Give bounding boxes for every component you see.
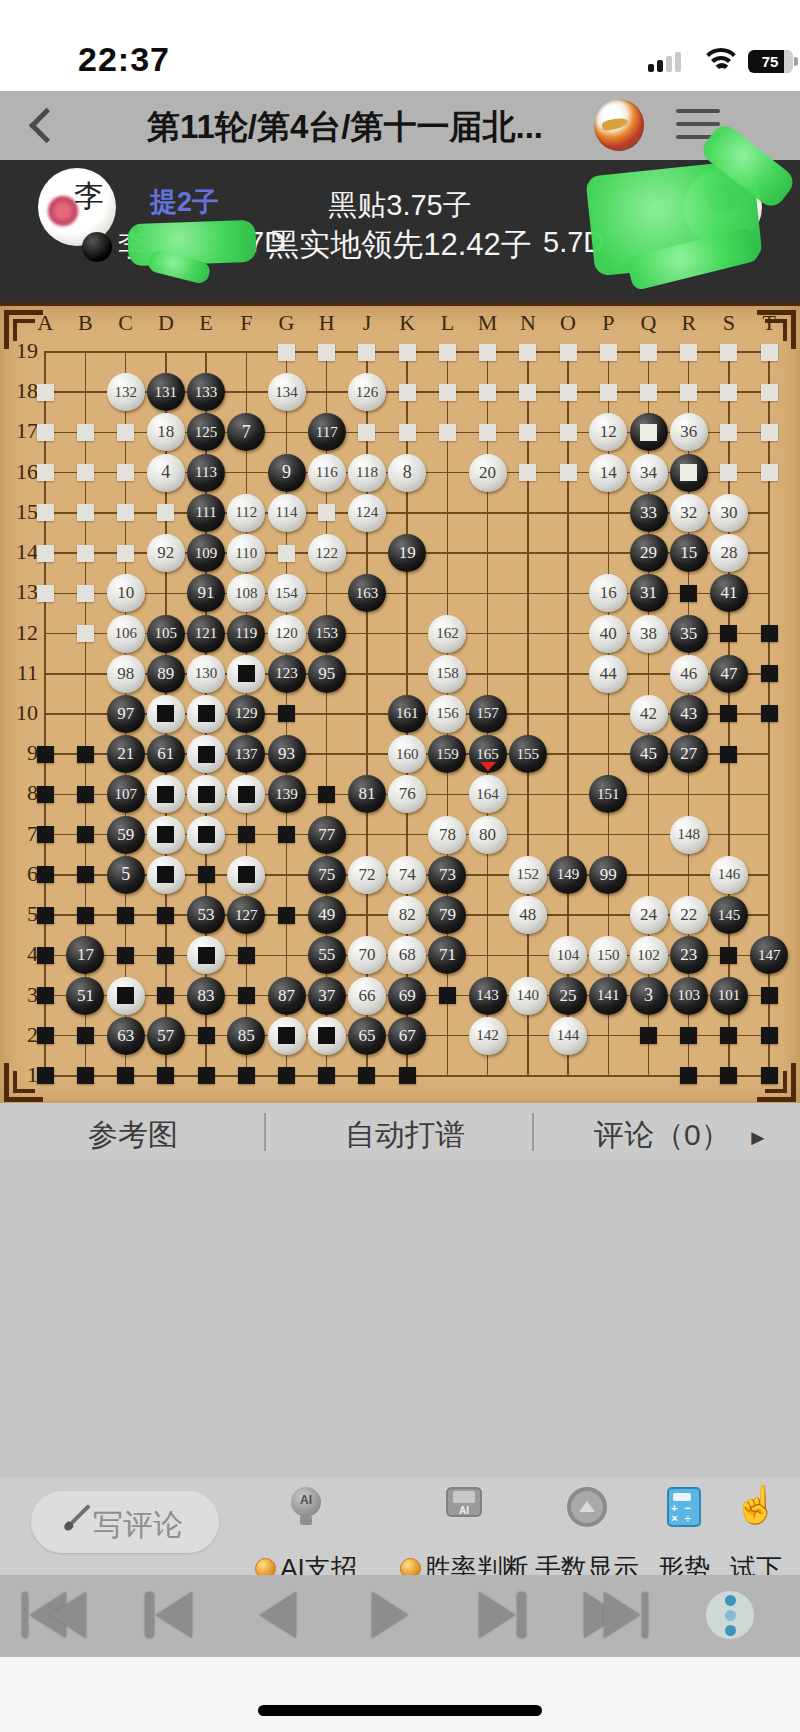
white-stone: 48: [509, 896, 547, 934]
black-stone: 77: [308, 816, 346, 854]
white-stone: 146: [710, 856, 748, 894]
white-territory-marker: [278, 545, 295, 562]
row-label: 11: [4, 660, 38, 686]
white-stone: 120: [268, 615, 306, 653]
white-territory-marker: [761, 464, 778, 481]
wifi-icon: [700, 48, 734, 74]
black-stone: 109: [187, 534, 225, 572]
white-territory-marker: [519, 464, 536, 481]
white-territory-marker: [157, 504, 174, 521]
column-label: K: [387, 310, 427, 336]
white-territory-marker: [117, 545, 134, 562]
black-territory-marker: [761, 1067, 778, 1084]
white-stone: 156: [428, 695, 466, 733]
tab-divider: [264, 1113, 266, 1151]
column-label: A: [25, 310, 65, 336]
dead-stone-territory-square: [198, 746, 215, 763]
dead-stone-territory-square: [157, 786, 174, 803]
column-label: J: [347, 310, 387, 336]
white-territory-marker: [720, 424, 737, 441]
row-label: 16: [4, 459, 38, 485]
black-stone: 133: [187, 373, 225, 411]
white-territory-marker: [358, 344, 375, 361]
white-stone: 34: [630, 454, 668, 492]
black-stone: 27: [670, 735, 708, 773]
clock-time: 22:37: [78, 40, 170, 79]
black-territory-marker: [720, 1067, 737, 1084]
white-territory-marker: [358, 424, 375, 441]
column-label: R: [669, 310, 709, 336]
white-stone: 46: [670, 655, 708, 693]
row-label: 13: [4, 579, 38, 605]
black-stone-dead: [670, 454, 708, 492]
white-stone-dead: [187, 936, 225, 974]
black-territory-marker: [439, 987, 456, 1004]
black-territory-marker: [358, 1067, 375, 1084]
white-territory-marker: [318, 504, 335, 521]
black-stone: 35: [670, 615, 708, 653]
white-territory-marker: [761, 424, 778, 441]
white-stone: 76: [388, 775, 426, 813]
page-title: 第11轮/第4台/第十一届北...: [110, 105, 580, 150]
black-stone: 141: [589, 977, 627, 1015]
black-territory-marker: [761, 1027, 778, 1044]
white-territory-marker: [318, 344, 335, 361]
white-stone: 16: [589, 574, 627, 612]
black-stone: 101: [710, 977, 748, 1015]
black-stone-dead: [630, 413, 668, 451]
black-territory-marker: [37, 907, 54, 924]
black-stone: 129: [227, 695, 265, 733]
white-territory-marker: [439, 384, 456, 401]
white-territory-marker: [720, 464, 737, 481]
white-territory-marker: [37, 424, 54, 441]
white-stone: 40: [589, 615, 627, 653]
black-territory-marker: [761, 987, 778, 1004]
white-territory-marker: [720, 344, 737, 361]
dead-stone-territory-square: [117, 987, 134, 1004]
black-stone: 75: [308, 856, 346, 894]
play-forward-button[interactable]: [368, 1589, 412, 1641]
white-stone: 106: [107, 615, 145, 653]
dead-stone-territory-square: [318, 1027, 335, 1044]
white-stone: 126: [348, 373, 386, 411]
white-stone: 36: [670, 413, 708, 451]
white-stone: 72: [348, 856, 386, 894]
white-stone: 132: [107, 373, 145, 411]
black-territory-marker: [157, 987, 174, 1004]
black-stone: 19: [388, 534, 426, 572]
black-stone: 37: [308, 977, 346, 1015]
white-stone: 124: [348, 494, 386, 532]
black-stone: 153: [308, 615, 346, 653]
black-territory-marker: [77, 746, 94, 763]
brush-icon: [70, 1504, 91, 1525]
white-territory-marker: [519, 384, 536, 401]
white-territory-marker: [37, 384, 54, 401]
tool-winrate[interactable]: AI 胜率判断: [384, 1487, 544, 1517]
black-territory-marker: [720, 746, 737, 763]
white-stone-dead: [187, 735, 225, 773]
white-territory-marker: [761, 344, 778, 361]
white-stone: 80: [469, 816, 507, 854]
signal-icon: [648, 52, 681, 72]
dead-stone-territory-square: [198, 947, 215, 964]
dead-stone-territory-square: [198, 705, 215, 722]
tab-reference[interactable]: 参考图: [88, 1115, 178, 1156]
black-stone: 165: [469, 735, 507, 773]
black-stone: 3: [630, 977, 668, 1015]
players-banner: 李 提2子 提4子 黑贴3.75子 李 7D 黑实地领先12.42子 5.7D: [0, 160, 800, 303]
dead-stone-territory-square: [640, 424, 657, 441]
dead-stone-territory-square: [198, 826, 215, 843]
black-stone: 81: [348, 775, 386, 813]
black-territory-marker: [278, 907, 295, 924]
column-label: G: [267, 310, 307, 336]
tab-divider: [532, 1113, 534, 1151]
row-label: 10: [4, 700, 38, 726]
black-stone: 107: [107, 775, 145, 813]
jump-to-end-button[interactable]: [584, 1589, 648, 1641]
black-stone: 125: [187, 413, 225, 451]
black-stone: 151: [589, 775, 627, 813]
white-stone: 70: [348, 936, 386, 974]
white-territory-marker: [278, 344, 295, 361]
black-stone: 121: [187, 615, 225, 653]
white-territory-marker: [680, 384, 697, 401]
black-stone: 105: [147, 615, 185, 653]
row-label: 8: [4, 780, 38, 806]
black-stone: 149: [549, 856, 587, 894]
black-territory-marker: [399, 1067, 416, 1084]
step-back-button[interactable]: [256, 1589, 300, 1641]
dead-stone-territory-square: [157, 826, 174, 843]
black-stone: 103: [670, 977, 708, 1015]
black-stone: 111: [187, 494, 225, 532]
black-stone: 163: [348, 574, 386, 612]
black-territory-marker: [37, 746, 54, 763]
white-stone-dead: [147, 695, 185, 733]
white-territory-marker: [77, 504, 94, 521]
white-territory-marker: [479, 384, 496, 401]
last-move-marker: [480, 762, 496, 771]
white-stone-dead: [147, 856, 185, 894]
black-stone: 55: [308, 936, 346, 974]
dead-stone-territory-square: [157, 705, 174, 722]
white-territory-marker: [680, 344, 697, 361]
white-stone-dead: [147, 816, 185, 854]
white-territory-marker: [77, 585, 94, 602]
row-label: 17: [4, 418, 38, 444]
white-stone: 8: [388, 454, 426, 492]
black-stone: 61: [147, 735, 185, 773]
comments-expand-icon: ►: [747, 1125, 769, 1150]
white-stone-dead: [227, 775, 265, 813]
black-territory-marker: [37, 786, 54, 803]
white-stone: 118: [348, 454, 386, 492]
white-stone: 116: [308, 454, 346, 492]
white-stone: 164: [469, 775, 507, 813]
black-territory-marker: [318, 786, 335, 803]
black-territory-marker: [198, 1027, 215, 1044]
tool-try-move[interactable]: ☝ 试下: [696, 1487, 800, 1523]
white-territory-marker: [560, 464, 577, 481]
black-stone: 143: [469, 977, 507, 1015]
dead-stone-territory-square: [278, 1027, 295, 1044]
black-stone: 29: [630, 534, 668, 572]
white-territory-marker: [77, 464, 94, 481]
white-stone-dead: [227, 856, 265, 894]
row-label: 1: [4, 1062, 38, 1088]
black-stone: 23: [670, 936, 708, 974]
status-bar: 22:37 75: [0, 0, 800, 91]
white-stone: 12: [589, 413, 627, 451]
column-label: F: [226, 310, 266, 336]
white-stone-dead: [227, 655, 265, 693]
step-back-fast-button[interactable]: [142, 1589, 194, 1641]
jump-to-start-button[interactable]: [22, 1589, 86, 1641]
white-territory-marker: [560, 344, 577, 361]
black-territory-marker: [37, 947, 54, 964]
black-stone: 53: [187, 896, 225, 934]
white-territory-marker: [720, 384, 737, 401]
white-stone: 10: [107, 574, 145, 612]
black-territory-marker: [77, 826, 94, 843]
column-label: H: [307, 310, 347, 336]
row-label: 2: [4, 1022, 38, 1048]
column-label: B: [65, 310, 105, 336]
white-territory-marker: [519, 344, 536, 361]
column-label: D: [146, 310, 186, 336]
black-stone: 161: [388, 695, 426, 733]
white-stone: 160: [388, 735, 426, 773]
white-stone: 68: [388, 936, 426, 974]
column-label: N: [508, 310, 548, 336]
white-stone: 150: [589, 936, 627, 974]
white-stone: 108: [227, 574, 265, 612]
nav-bar: 第11轮/第4台/第十一届北...: [0, 91, 800, 160]
white-territory-marker: [479, 344, 496, 361]
white-stone-dead: [187, 695, 225, 733]
column-label: O: [548, 310, 588, 336]
white-stone: 130: [187, 655, 225, 693]
tool-ai-hint[interactable]: AI AI支招: [246, 1487, 366, 1517]
black-territory-marker: [761, 625, 778, 642]
move-numbers-icon: [567, 1487, 607, 1527]
black-territory-marker: [117, 1067, 134, 1084]
white-territory-marker: [77, 424, 94, 441]
row-label: 19: [4, 338, 38, 364]
back-chevron-icon[interactable]: [29, 108, 64, 143]
row-label: 14: [4, 539, 38, 565]
black-territory-marker: [278, 705, 295, 722]
white-stone-dead: [187, 816, 225, 854]
white-stone: 18: [147, 413, 185, 451]
white-territory-marker: [77, 625, 94, 642]
black-stone: 49: [308, 896, 346, 934]
white-stone: 30: [710, 494, 748, 532]
write-comment-input[interactable]: 写评论: [31, 1491, 219, 1553]
white-territory-marker: [117, 424, 134, 441]
black-territory-marker: [238, 947, 255, 964]
more-dots-icon: [706, 1591, 754, 1639]
black-stone: 15: [670, 534, 708, 572]
black-stone: 93: [268, 735, 306, 773]
white-territory-marker: [77, 545, 94, 562]
white-stone: 148: [670, 816, 708, 854]
battery-icon: 75: [748, 50, 792, 73]
black-territory-marker: [680, 1027, 697, 1044]
white-stone: 162: [428, 615, 466, 653]
white-stone: 144: [549, 1017, 587, 1055]
white-stone: 104: [549, 936, 587, 974]
white-territory-marker: [37, 585, 54, 602]
white-territory-marker: [399, 424, 416, 441]
write-comment-placeholder: 写评论: [93, 1505, 183, 1546]
black-territory-marker: [640, 1027, 657, 1044]
column-label: P: [588, 310, 628, 336]
white-stone: 92: [147, 534, 185, 572]
black-stone: 17: [66, 936, 104, 974]
white-territory-marker: [439, 424, 456, 441]
black-stone: 67: [388, 1017, 426, 1055]
white-stone: 152: [509, 856, 547, 894]
black-territory-marker: [278, 1067, 295, 1084]
dead-stone-territory-square: [680, 464, 697, 481]
black-territory-marker: [77, 1027, 94, 1044]
white-territory-marker: [560, 384, 577, 401]
white-stone: 158: [428, 655, 466, 693]
black-territory-marker: [198, 866, 215, 883]
white-territory-marker: [399, 344, 416, 361]
row-label: 6: [4, 861, 38, 887]
battery-percent: 75: [762, 53, 779, 70]
black-territory-marker: [37, 1067, 54, 1084]
white-territory-marker: [117, 464, 134, 481]
white-stone: 122: [308, 534, 346, 572]
black-stone: 123: [268, 655, 306, 693]
black-territory-marker: [37, 1027, 54, 1044]
black-stone: 31: [630, 574, 668, 612]
ai-hint-bulb-icon: AI: [291, 1487, 321, 1517]
dead-stone-territory-square: [238, 665, 255, 682]
white-stone: 22: [670, 896, 708, 934]
black-territory-marker: [761, 665, 778, 682]
white-territory-marker: [600, 344, 617, 361]
white-stone: 78: [428, 816, 466, 854]
black-stone: 137: [227, 735, 265, 773]
black-stone: 9: [268, 454, 306, 492]
white-stone: 4: [147, 454, 185, 492]
white-stone: 44: [589, 655, 627, 693]
black-territory-marker: [77, 1067, 94, 1084]
tab-comments[interactable]: 评论（0） ►: [594, 1115, 769, 1156]
black-stone: 87: [268, 977, 306, 1015]
black-stone: 47: [710, 655, 748, 693]
more-options-button[interactable]: [702, 1589, 758, 1641]
go-board[interactable]: ABCDEFGHJKLMNOPQRST191817161514131211109…: [0, 303, 800, 1109]
black-stone: 73: [428, 856, 466, 894]
black-stone: 97: [107, 695, 145, 733]
white-territory-marker: [640, 344, 657, 361]
black-stone: 5: [107, 856, 145, 894]
black-stone: 65: [348, 1017, 386, 1055]
white-territory-marker: [37, 464, 54, 481]
white-stone: 134: [268, 373, 306, 411]
dead-stone-territory-square: [238, 786, 255, 803]
step-forward-button[interactable]: [476, 1589, 528, 1641]
row-label: 18: [4, 378, 38, 404]
black-territory-marker: [238, 826, 255, 843]
tab-bar: 参考图 自动打谱 评论（0） ►: [0, 1103, 800, 1160]
playback-bar: [0, 1575, 800, 1657]
black-stone: 89: [147, 655, 185, 693]
black-stone: 21: [107, 735, 145, 773]
black-stone: 45: [630, 735, 668, 773]
black-stone: 157: [469, 695, 507, 733]
white-stone-dead: [268, 1017, 306, 1055]
row-label: 15: [4, 499, 38, 525]
white-stone-dead: [107, 977, 145, 1015]
black-stone: 139: [268, 775, 306, 813]
black-territory-marker: [157, 1067, 174, 1084]
column-label: M: [468, 310, 508, 336]
white-stone: 114: [268, 494, 306, 532]
white-stone: 110: [227, 534, 265, 572]
white-stone: 66: [348, 977, 386, 1015]
app-logo-eagle-icon: [594, 99, 644, 151]
white-stone-dead: [308, 1017, 346, 1055]
white-territory-marker: [600, 384, 617, 401]
white-stone: 14: [589, 454, 627, 492]
black-territory-marker: [37, 866, 54, 883]
white-stone: 42: [630, 695, 668, 733]
white-stone-dead: [147, 775, 185, 813]
row-label: 12: [4, 620, 38, 646]
bottom-safe-area: [0, 1657, 800, 1732]
white-stone: 112: [227, 494, 265, 532]
row-label: 3: [4, 982, 38, 1008]
tab-auto-replay[interactable]: 自动打谱: [345, 1115, 465, 1156]
white-stone: 142: [469, 1017, 507, 1055]
black-stone: 127: [227, 896, 265, 934]
white-territory-marker: [37, 545, 54, 562]
black-stone: 83: [187, 977, 225, 1015]
black-stone: 33: [630, 494, 668, 532]
white-stone: 28: [710, 534, 748, 572]
white-territory-marker: [479, 424, 496, 441]
black-stone: 159: [428, 735, 466, 773]
black-stone: 59: [107, 816, 145, 854]
row-label: 7: [4, 821, 38, 847]
dead-stone-territory-square: [157, 866, 174, 883]
home-indicator[interactable]: [258, 1705, 542, 1716]
black-territory-marker: [318, 1067, 335, 1084]
row-label: 5: [4, 901, 38, 927]
row-label: 4: [4, 941, 38, 967]
column-label: L: [427, 310, 467, 336]
black-stone: 69: [388, 977, 426, 1015]
black-territory-marker: [157, 907, 174, 924]
white-stone-dead: [187, 775, 225, 813]
black-stone: 95: [308, 655, 346, 693]
app-screen: 22:37 75 第11轮/第4台/第十一届北... 李 提2子 提4子 黑贴3…: [0, 0, 800, 1732]
black-stone: 119: [227, 615, 265, 653]
black-territory-marker: [238, 1067, 255, 1084]
white-territory-marker: [560, 424, 577, 441]
black-stone: 71: [428, 936, 466, 974]
black-territory-marker: [157, 947, 174, 964]
